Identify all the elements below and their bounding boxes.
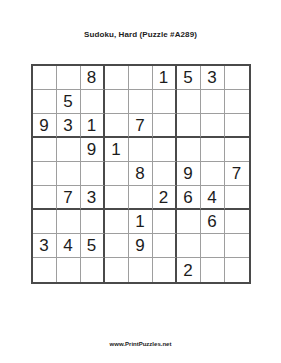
cell-r2c9[interactable] <box>225 90 249 114</box>
cell-r8c5[interactable]: 9 <box>129 234 153 258</box>
cell-r8c4[interactable] <box>105 234 129 258</box>
cell-r7c7[interactable] <box>177 210 201 234</box>
cell-r6c1[interactable] <box>33 186 57 210</box>
cell-r8c6[interactable] <box>153 234 177 258</box>
cell-r8c8[interactable] <box>201 234 225 258</box>
cell-r9c6[interactable] <box>153 258 177 282</box>
cell-r4c2[interactable] <box>57 138 81 162</box>
cell-r6c5[interactable] <box>129 186 153 210</box>
cell-r6c2[interactable]: 7 <box>57 186 81 210</box>
cell-r3c5[interactable]: 7 <box>129 114 153 138</box>
cell-r7c1[interactable] <box>33 210 57 234</box>
cell-r5c6[interactable] <box>153 162 177 186</box>
cell-r7c6[interactable] <box>153 210 177 234</box>
cell-r5c9[interactable]: 7 <box>225 162 249 186</box>
cell-r7c3[interactable] <box>81 210 105 234</box>
source-url: www.PrintPuzzles.net <box>0 341 281 347</box>
cell-r3c4[interactable] <box>105 114 129 138</box>
cell-r3c6[interactable] <box>153 114 177 138</box>
cell-r3c8[interactable] <box>201 114 225 138</box>
cell-r2c4[interactable] <box>105 90 129 114</box>
cell-r6c9[interactable] <box>225 186 249 210</box>
cell-r3c1[interactable]: 9 <box>33 114 57 138</box>
cell-r6c8[interactable]: 4 <box>201 186 225 210</box>
cell-r5c7[interactable]: 9 <box>177 162 201 186</box>
cell-r2c1[interactable] <box>33 90 57 114</box>
cell-r5c2[interactable] <box>57 162 81 186</box>
cell-r7c9[interactable] <box>225 210 249 234</box>
cell-r4c9[interactable] <box>225 138 249 162</box>
cell-r7c2[interactable] <box>57 210 81 234</box>
cell-r1c8[interactable]: 3 <box>201 66 225 90</box>
cell-r3c2[interactable]: 3 <box>57 114 81 138</box>
cell-r2c3[interactable] <box>81 90 105 114</box>
cell-r7c8[interactable]: 6 <box>201 210 225 234</box>
cell-r8c1[interactable]: 3 <box>33 234 57 258</box>
cell-r3c3[interactable]: 1 <box>81 114 105 138</box>
cell-r4c4[interactable]: 1 <box>105 138 129 162</box>
cell-r1c5[interactable] <box>129 66 153 90</box>
cell-r7c4[interactable] <box>105 210 129 234</box>
cell-r4c6[interactable] <box>153 138 177 162</box>
cell-r8c3[interactable]: 5 <box>81 234 105 258</box>
cell-r4c8[interactable] <box>201 138 225 162</box>
cell-r1c3[interactable]: 8 <box>81 66 105 90</box>
cell-r2c8[interactable] <box>201 90 225 114</box>
cell-r3c9[interactable] <box>225 114 249 138</box>
cell-r9c7[interactable]: 2 <box>177 258 201 282</box>
cell-r5c3[interactable] <box>81 162 105 186</box>
cell-r8c2[interactable]: 4 <box>57 234 81 258</box>
cell-r9c1[interactable] <box>33 258 57 282</box>
cell-r5c5[interactable]: 8 <box>129 162 153 186</box>
cell-r6c7[interactable]: 6 <box>177 186 201 210</box>
cell-r7c5[interactable]: 1 <box>129 210 153 234</box>
cell-r6c3[interactable]: 3 <box>81 186 105 210</box>
cell-r1c9[interactable] <box>225 66 249 90</box>
cell-r2c5[interactable] <box>129 90 153 114</box>
cell-r9c8[interactable] <box>201 258 225 282</box>
cell-r9c3[interactable] <box>81 258 105 282</box>
cell-r5c4[interactable] <box>105 162 129 186</box>
cell-r1c4[interactable] <box>105 66 129 90</box>
cell-r9c4[interactable] <box>105 258 129 282</box>
cell-r9c9[interactable] <box>225 258 249 282</box>
cell-r9c2[interactable] <box>57 258 81 282</box>
cell-r1c7[interactable]: 5 <box>177 66 201 90</box>
sudoku-board: 81535931791897732641634592 <box>31 64 251 284</box>
cell-r4c7[interactable] <box>177 138 201 162</box>
cell-r2c2[interactable]: 5 <box>57 90 81 114</box>
cell-r8c9[interactable] <box>225 234 249 258</box>
cell-r6c6[interactable]: 2 <box>153 186 177 210</box>
cell-r1c2[interactable] <box>57 66 81 90</box>
cell-r4c3[interactable]: 9 <box>81 138 105 162</box>
cell-r9c5[interactable] <box>129 258 153 282</box>
cell-r4c5[interactable] <box>129 138 153 162</box>
printable-page: Sudoku, Hard (Puzzle #A289) 815359317918… <box>0 0 281 363</box>
cell-r5c8[interactable] <box>201 162 225 186</box>
cell-r2c7[interactable] <box>177 90 201 114</box>
puzzle-title: Sudoku, Hard (Puzzle #A289) <box>0 30 281 39</box>
cell-r2c6[interactable] <box>153 90 177 114</box>
cell-r4c1[interactable] <box>33 138 57 162</box>
cell-r8c7[interactable] <box>177 234 201 258</box>
cell-r1c1[interactable] <box>33 66 57 90</box>
cell-r3c7[interactable] <box>177 114 201 138</box>
cell-r5c1[interactable] <box>33 162 57 186</box>
cell-r1c6[interactable]: 1 <box>153 66 177 90</box>
cell-r6c4[interactable] <box>105 186 129 210</box>
